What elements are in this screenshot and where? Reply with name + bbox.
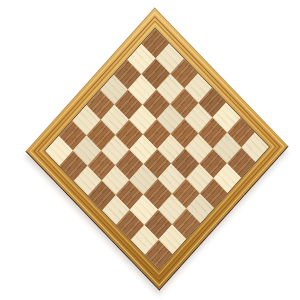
board-squares-grid — [44, 27, 270, 270]
photo-background — [0, 0, 300, 300]
chess-board[interactable] — [25, 8, 288, 291]
